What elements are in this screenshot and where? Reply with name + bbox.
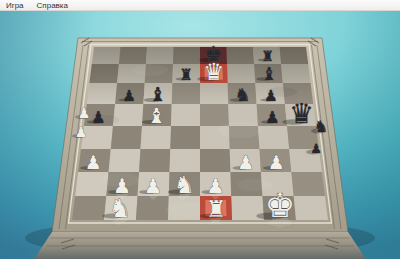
square-a2[interactable] [75, 172, 109, 196]
captured-white-pawn: ♟ [78, 105, 91, 121]
square-e3[interactable] [200, 149, 231, 172]
menu-item-game[interactable]: Игра [6, 1, 24, 10]
piece-white-bishop[interactable]: ♝ [147, 103, 166, 128]
square-d5[interactable] [171, 104, 200, 126]
square-c4[interactable] [141, 126, 172, 149]
piece-black-pawn[interactable]: ♟ [264, 87, 278, 105]
square-a1[interactable] [72, 196, 106, 220]
piece-black-knight[interactable]: ♞ [234, 84, 250, 105]
chess-board: ♚♜♜♛♝♟♝♞♟♟♝♟♛♟♟♟♟♟♟♟♞♞♟♟♞♞♜♜♚♚♟♟♞♟ [0, 0, 400, 259]
piece-white-knight[interactable]: ♞ [174, 171, 195, 199]
piece-white-pawn[interactable]: ♟ [85, 151, 102, 173]
square-b5[interactable] [113, 104, 143, 126]
square-c3[interactable] [139, 149, 170, 172]
piece-black-pawn[interactable]: ♟ [122, 87, 136, 105]
square-b3[interactable] [109, 149, 141, 172]
piece-white-rook[interactable]: ♜ [206, 195, 227, 222]
square-e5[interactable] [200, 104, 229, 126]
piece-black-rook[interactable]: ♜ [179, 66, 193, 84]
square-g4[interactable] [258, 126, 289, 149]
piece-black-rook[interactable]: ♜ [261, 48, 274, 64]
square-h1[interactable] [294, 196, 328, 220]
menu-bar: Игра Справка [0, 0, 400, 11]
piece-black-queen[interactable]: ♛ [289, 97, 314, 129]
piece-white-king[interactable]: ♚ [265, 186, 295, 225]
captured-black-knight: ♞ [314, 117, 328, 136]
square-h2[interactable] [291, 172, 325, 196]
piece-white-queen[interactable]: ♛ [203, 58, 224, 86]
marble-vein [218, 122, 262, 138]
captured-white-pawn: ♟ [75, 124, 88, 140]
piece-black-bishop[interactable]: ♝ [261, 63, 277, 84]
piece-white-pawn[interactable]: ♟ [237, 151, 254, 173]
captured-black-pawn: ♟ [310, 141, 322, 156]
piece-black-pawn[interactable]: ♟ [91, 108, 106, 127]
piece-white-knight[interactable]: ♞ [109, 194, 132, 223]
square-b4[interactable] [111, 126, 142, 149]
square-d3[interactable] [170, 149, 201, 172]
piece-white-pawn[interactable]: ♟ [268, 151, 285, 173]
chess-titans-window: Игра Справка ♚♜♜♛♝♟♝♞♟♟♝♟♛♟♟♟♟♟♟♟♞♞♟♟♞♞♜… [0, 0, 400, 259]
menu-item-help[interactable]: Справка [37, 1, 68, 10]
piece-white-pawn[interactable]: ♟ [144, 174, 162, 198]
square-d4[interactable] [170, 126, 200, 149]
piece-black-pawn[interactable]: ♟ [265, 108, 280, 127]
